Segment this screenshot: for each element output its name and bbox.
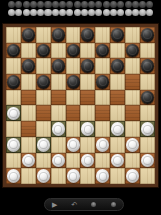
square-r1c1 [6, 27, 21, 43]
square-r7c9 [125, 121, 140, 137]
square-r1c8[interactable] [110, 27, 125, 43]
tray-black-piece [74, 1, 81, 8]
tray-black-piece [23, 1, 30, 8]
square-r10c5[interactable] [66, 168, 81, 184]
white-man[interactable] [141, 154, 154, 168]
square-r2c1[interactable] [6, 43, 21, 59]
square-r7c6[interactable] [80, 121, 95, 137]
square-r3c8[interactable] [110, 58, 125, 74]
tray-black-piece [117, 1, 124, 8]
white-man[interactable] [81, 122, 94, 136]
square-r1c10[interactable] [140, 27, 155, 43]
black-man[interactable] [111, 28, 124, 42]
square-r5c10[interactable] [140, 90, 155, 106]
tray-white-piece [117, 9, 124, 16]
square-r1c4[interactable] [51, 27, 66, 43]
square-r1c6[interactable] [80, 27, 95, 43]
white-man[interactable] [37, 138, 50, 152]
tray-white-piece [88, 9, 95, 16]
square-r4c7[interactable] [95, 74, 110, 90]
square-r2c5[interactable] [66, 43, 81, 59]
tray-black-piece [30, 1, 37, 8]
settings-icon[interactable] [107, 199, 119, 211]
square-r9c5 [66, 153, 81, 169]
tray-black-piece [139, 1, 146, 8]
square-r4c2 [21, 74, 36, 90]
square-r3c9 [125, 58, 140, 74]
white-man[interactable] [52, 122, 65, 136]
white-man[interactable] [111, 122, 124, 136]
black-man[interactable] [7, 75, 20, 89]
black-man[interactable] [96, 75, 109, 89]
black-man[interactable] [81, 28, 94, 42]
black-man[interactable] [141, 59, 154, 73]
tray-white-piece [81, 9, 88, 16]
info-icon[interactable] [88, 199, 100, 211]
tray-white-piece [103, 9, 110, 16]
square-r4c5[interactable] [66, 74, 81, 90]
square-r10c9[interactable] [125, 168, 140, 184]
white-man[interactable] [7, 107, 20, 121]
square-r8c7[interactable] [95, 137, 110, 153]
tray-black-pieces [8, 1, 153, 8]
square-r4c1[interactable] [6, 74, 21, 90]
tray-white-piece [66, 9, 73, 16]
white-man[interactable] [52, 154, 65, 168]
square-r8c2 [21, 137, 36, 153]
square-r7c3 [36, 121, 51, 137]
square-r4c9[interactable] [125, 74, 140, 90]
square-r8c9[interactable] [125, 137, 140, 153]
square-r10c4 [51, 168, 66, 184]
tray-black-piece [125, 1, 132, 8]
square-r9c6[interactable] [80, 153, 95, 169]
square-r10c3[interactable] [36, 168, 51, 184]
square-r4c6 [80, 74, 95, 90]
tray-black-piece [81, 1, 88, 8]
square-r2c7[interactable] [95, 43, 110, 59]
square-r5c1 [6, 90, 21, 106]
square-r6c6 [80, 105, 95, 121]
square-r1c5 [66, 27, 81, 43]
square-r5c2[interactable] [21, 90, 36, 106]
square-r2c8 [110, 43, 125, 59]
black-man[interactable] [67, 75, 80, 89]
square-r5c8[interactable] [110, 90, 125, 106]
black-man[interactable] [96, 44, 109, 58]
white-man[interactable] [126, 169, 139, 183]
tray-black-piece [95, 1, 102, 8]
black-man[interactable] [37, 75, 50, 89]
square-r1c3 [36, 27, 51, 43]
square-r8c6 [80, 137, 95, 153]
square-r10c10 [140, 168, 155, 184]
square-r1c2[interactable] [21, 27, 36, 43]
square-r9c10[interactable] [140, 153, 155, 169]
tray-white-piece [8, 9, 15, 16]
square-r7c1 [6, 121, 21, 137]
square-r2c4 [51, 43, 66, 59]
square-r8c4 [51, 137, 66, 153]
square-r7c5 [66, 121, 81, 137]
square-r9c2[interactable] [21, 153, 36, 169]
square-r5c3 [36, 90, 51, 106]
square-r4c3[interactable] [36, 74, 51, 90]
square-r3c5 [66, 58, 81, 74]
square-r6c10 [140, 105, 155, 121]
bottom-toolbar: ▶ ↶ [44, 198, 124, 211]
board [3, 24, 158, 187]
tray-white-piece [59, 9, 66, 16]
white-man[interactable] [111, 154, 124, 168]
square-r3c7 [95, 58, 110, 74]
square-r6c9[interactable] [125, 105, 140, 121]
tray-white-piece [23, 9, 30, 16]
square-r5c4[interactable] [51, 90, 66, 106]
square-r7c10[interactable] [140, 121, 155, 137]
square-r9c9 [125, 153, 140, 169]
tray-white-piece [132, 9, 139, 16]
square-r4c8 [110, 74, 125, 90]
tray-white-piece [139, 9, 146, 16]
black-man[interactable] [37, 44, 50, 58]
square-r4c10 [140, 74, 155, 90]
black-man[interactable] [126, 44, 139, 58]
square-r9c3 [36, 153, 51, 169]
tray-black-piece [103, 1, 110, 8]
tray-black-piece [37, 1, 44, 8]
white-man[interactable] [7, 169, 20, 183]
square-r1c9 [125, 27, 140, 43]
tray-white-piece [74, 9, 81, 16]
play-icon[interactable]: ▶ [49, 199, 61, 211]
black-man[interactable] [111, 59, 124, 73]
square-r10c1[interactable] [6, 168, 21, 184]
undo-icon[interactable]: ↶ [68, 199, 80, 211]
square-r2c3[interactable] [36, 43, 51, 59]
square-r10c8 [110, 168, 125, 184]
square-r1c7 [95, 27, 110, 43]
tray-black-piece [59, 1, 66, 8]
white-man[interactable] [22, 154, 35, 168]
square-r5c6[interactable] [80, 90, 95, 106]
square-r3c6[interactable] [80, 58, 95, 74]
black-man[interactable] [81, 59, 94, 73]
square-r9c8[interactable] [110, 153, 125, 169]
black-man[interactable] [141, 28, 154, 42]
square-r6c8 [110, 105, 125, 121]
white-man[interactable] [126, 138, 139, 152]
tray-white-pieces [8, 9, 153, 16]
tray-black-piece [88, 1, 95, 8]
square-r5c7 [95, 90, 110, 106]
black-man[interactable] [22, 59, 35, 73]
square-r8c10 [140, 137, 155, 153]
square-r3c2[interactable] [21, 58, 36, 74]
white-man[interactable] [67, 138, 80, 152]
square-r9c1 [6, 153, 21, 169]
black-man[interactable] [7, 44, 20, 58]
tray-white-piece [37, 9, 44, 16]
square-r6c5[interactable] [66, 105, 81, 121]
square-r8c5[interactable] [66, 137, 81, 153]
tray-black-piece [15, 1, 22, 8]
black-man[interactable] [141, 91, 154, 105]
square-r10c6 [80, 168, 95, 184]
square-r6c4 [51, 105, 66, 121]
square-r6c3[interactable] [36, 105, 51, 121]
tray-black-piece [110, 1, 117, 8]
square-r6c7[interactable] [95, 105, 110, 121]
white-man[interactable] [81, 154, 94, 168]
square-r5c5 [66, 90, 81, 106]
white-man[interactable] [7, 138, 20, 152]
black-man[interactable] [52, 59, 65, 73]
square-r3c3 [36, 58, 51, 74]
square-r6c1[interactable] [6, 105, 21, 121]
tray-white-piece [44, 9, 51, 16]
tray-white-piece [30, 9, 37, 16]
square-r7c7 [95, 121, 110, 137]
square-r9c4[interactable] [51, 153, 66, 169]
square-r6c2 [21, 105, 36, 121]
black-man[interactable] [22, 28, 35, 42]
white-man[interactable] [67, 169, 80, 183]
tray-white-piece [52, 9, 59, 16]
tray-white-piece [95, 9, 102, 16]
info-circle [91, 202, 96, 207]
square-r2c6 [80, 43, 95, 59]
square-r8c1[interactable] [6, 137, 21, 153]
square-r7c8[interactable] [110, 121, 125, 137]
tray-black-piece [44, 1, 51, 8]
square-r2c10 [140, 43, 155, 59]
tray-white-piece [15, 9, 22, 16]
square-r7c2[interactable] [21, 121, 36, 137]
square-r8c3[interactable] [36, 137, 51, 153]
settings-circle [111, 202, 116, 207]
white-man[interactable] [37, 169, 50, 183]
square-r9c7 [95, 153, 110, 169]
square-r7c4[interactable] [51, 121, 66, 137]
white-man[interactable] [96, 138, 109, 152]
square-r2c2 [21, 43, 36, 59]
tray-white-piece [110, 9, 117, 16]
tray-black-piece [66, 1, 73, 8]
square-r10c7[interactable] [95, 168, 110, 184]
square-r3c4[interactable] [51, 58, 66, 74]
white-man[interactable] [141, 122, 154, 136]
tray-black-piece [52, 1, 59, 8]
black-man[interactable] [67, 44, 80, 58]
square-r3c10[interactable] [140, 58, 155, 74]
square-r2c9[interactable] [125, 43, 140, 59]
square-r3c1 [6, 58, 21, 74]
square-r5c9 [125, 90, 140, 106]
tray-black-piece [132, 1, 139, 8]
square-r4c4 [51, 74, 66, 90]
tray-black-piece [8, 1, 15, 8]
square-r10c2 [21, 168, 36, 184]
black-man[interactable] [52, 28, 65, 42]
square-r8c8 [110, 137, 125, 153]
tray-white-piece [125, 9, 132, 16]
tray-white-piece [146, 9, 153, 16]
tray-black-piece [146, 1, 153, 8]
white-man[interactable] [96, 169, 109, 183]
